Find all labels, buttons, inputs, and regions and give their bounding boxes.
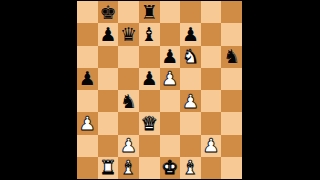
square-g7[interactable] — [201, 23, 222, 45]
square-f8[interactable] — [180, 1, 201, 23]
black-rook: ♜ — [141, 2, 158, 21]
square-e7[interactable] — [160, 23, 181, 45]
white-pawn: ♟ — [161, 69, 178, 88]
square-b2[interactable] — [98, 135, 119, 157]
white-pawn: ♟ — [79, 113, 96, 132]
square-f5[interactable] — [180, 68, 201, 90]
square-g5[interactable] — [201, 68, 222, 90]
square-d6[interactable] — [139, 46, 160, 68]
square-b5[interactable] — [98, 68, 119, 90]
video-frame: ♚♜♟♛♝♟♟♞♞♟♟♟♞♟♟♛♟♟♜♝♚♝ — [0, 0, 320, 180]
square-e6[interactable]: ♟ — [160, 46, 181, 68]
black-pawn: ♟ — [99, 24, 116, 43]
square-f4[interactable]: ♟ — [180, 90, 201, 112]
square-f3[interactable] — [180, 112, 201, 134]
white-bishop: ♝ — [120, 158, 137, 177]
square-c4[interactable]: ♞ — [118, 90, 139, 112]
white-pawn: ♟ — [120, 136, 137, 155]
square-f7[interactable]: ♟ — [180, 23, 201, 45]
black-knight: ♞ — [120, 91, 137, 110]
square-g1[interactable] — [201, 157, 222, 179]
square-h4[interactable] — [221, 90, 242, 112]
square-g6[interactable] — [201, 46, 222, 68]
black-king: ♚ — [99, 2, 116, 21]
square-c2[interactable]: ♟ — [118, 135, 139, 157]
white-knight: ♞ — [182, 47, 199, 66]
square-e2[interactable] — [160, 135, 181, 157]
square-h5[interactable] — [221, 68, 242, 90]
square-e1[interactable]: ♚ — [160, 157, 181, 179]
square-h2[interactable] — [221, 135, 242, 157]
chess-board: ♚♜♟♛♝♟♟♞♞♟♟♟♞♟♟♛♟♟♜♝♚♝ — [77, 1, 242, 179]
square-e5[interactable]: ♟ — [160, 68, 181, 90]
square-g8[interactable] — [201, 1, 222, 23]
square-b4[interactable] — [98, 90, 119, 112]
white-king: ♚ — [161, 158, 178, 177]
white-rook: ♜ — [99, 158, 116, 177]
square-b8[interactable]: ♚ — [98, 1, 119, 23]
square-b7[interactable]: ♟ — [98, 23, 119, 45]
square-d7[interactable]: ♝ — [139, 23, 160, 45]
square-a3[interactable]: ♟ — [77, 112, 98, 134]
square-h1[interactable] — [221, 157, 242, 179]
square-d5[interactable]: ♟ — [139, 68, 160, 90]
square-c7[interactable]: ♛ — [118, 23, 139, 45]
square-c5[interactable] — [118, 68, 139, 90]
square-d2[interactable] — [139, 135, 160, 157]
square-g2[interactable]: ♟ — [201, 135, 222, 157]
square-e4[interactable] — [160, 90, 181, 112]
white-pawn: ♟ — [182, 91, 199, 110]
black-pawn: ♟ — [161, 47, 178, 66]
black-pawn: ♟ — [182, 24, 199, 43]
square-b6[interactable] — [98, 46, 119, 68]
square-a8[interactable] — [77, 1, 98, 23]
square-e8[interactable] — [160, 1, 181, 23]
square-a6[interactable] — [77, 46, 98, 68]
square-d8[interactable]: ♜ — [139, 1, 160, 23]
square-c3[interactable] — [118, 112, 139, 134]
white-bishop: ♝ — [182, 158, 199, 177]
square-h7[interactable] — [221, 23, 242, 45]
black-queen: ♛ — [120, 24, 137, 43]
black-pawn: ♟ — [141, 69, 158, 88]
black-pawn: ♟ — [79, 69, 96, 88]
square-h8[interactable] — [221, 1, 242, 23]
square-b1[interactable]: ♜ — [98, 157, 119, 179]
white-pawn: ♟ — [203, 136, 220, 155]
square-f1[interactable]: ♝ — [180, 157, 201, 179]
square-d3[interactable]: ♛ — [139, 112, 160, 134]
white-queen: ♛ — [141, 113, 158, 132]
square-g4[interactable] — [201, 90, 222, 112]
black-knight: ♞ — [223, 47, 240, 66]
square-d1[interactable] — [139, 157, 160, 179]
black-bishop: ♝ — [141, 24, 158, 43]
square-b3[interactable] — [98, 112, 119, 134]
square-h6[interactable]: ♞ — [221, 46, 242, 68]
square-a5[interactable]: ♟ — [77, 68, 98, 90]
square-f6[interactable]: ♞ — [180, 46, 201, 68]
square-c8[interactable] — [118, 1, 139, 23]
square-d4[interactable] — [139, 90, 160, 112]
square-h3[interactable] — [221, 112, 242, 134]
square-c6[interactable] — [118, 46, 139, 68]
square-a1[interactable] — [77, 157, 98, 179]
square-a7[interactable] — [77, 23, 98, 45]
square-c1[interactable]: ♝ — [118, 157, 139, 179]
square-a2[interactable] — [77, 135, 98, 157]
square-a4[interactable] — [77, 90, 98, 112]
square-f2[interactable] — [180, 135, 201, 157]
square-g3[interactable] — [201, 112, 222, 134]
square-e3[interactable] — [160, 112, 181, 134]
